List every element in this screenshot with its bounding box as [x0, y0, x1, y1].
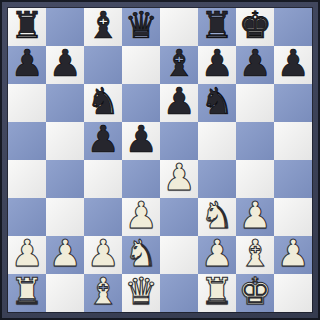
- square-b3[interactable]: [46, 198, 84, 236]
- square-g6[interactable]: [236, 84, 274, 122]
- square-d4[interactable]: [122, 160, 160, 198]
- piece-white-rook-a1[interactable]: ♜: [10, 274, 43, 311]
- square-e7[interactable]: ♝: [160, 46, 198, 84]
- square-g8[interactable]: ♚: [236, 8, 274, 46]
- square-c8[interactable]: ♝: [84, 8, 122, 46]
- square-h8[interactable]: [274, 8, 312, 46]
- square-f6[interactable]: ♞: [198, 84, 236, 122]
- square-a4[interactable]: [8, 160, 46, 198]
- square-e3[interactable]: [160, 198, 198, 236]
- square-f7[interactable]: ♟: [198, 46, 236, 84]
- square-b8[interactable]: [46, 8, 84, 46]
- piece-white-bishop-c1[interactable]: ♝: [86, 274, 119, 311]
- square-a2[interactable]: ♟: [8, 236, 46, 274]
- square-e4[interactable]: ♟: [160, 160, 198, 198]
- square-d5[interactable]: ♟: [122, 122, 160, 160]
- piece-black-king-g8[interactable]: ♚: [238, 8, 271, 45]
- square-c3[interactable]: [84, 198, 122, 236]
- square-h5[interactable]: [274, 122, 312, 160]
- square-b6[interactable]: [46, 84, 84, 122]
- square-c6[interactable]: ♞: [84, 84, 122, 122]
- square-f2[interactable]: ♟: [198, 236, 236, 274]
- piece-white-rook-f1[interactable]: ♜: [200, 274, 233, 311]
- square-b2[interactable]: ♟: [46, 236, 84, 274]
- square-h7[interactable]: ♟: [274, 46, 312, 84]
- piece-black-pawn-b7[interactable]: ♟: [48, 46, 81, 83]
- piece-black-knight-f6[interactable]: ♞: [200, 84, 233, 121]
- square-e5[interactable]: [160, 122, 198, 160]
- square-f8[interactable]: ♜: [198, 8, 236, 46]
- piece-black-bishop-e7[interactable]: ♝: [162, 46, 195, 83]
- square-b5[interactable]: [46, 122, 84, 160]
- square-a8[interactable]: ♜: [8, 8, 46, 46]
- piece-white-pawn-g3[interactable]: ♟: [238, 198, 271, 235]
- piece-black-knight-c6[interactable]: ♞: [86, 84, 119, 121]
- square-f3[interactable]: ♞: [198, 198, 236, 236]
- board-frame: ♜♝♛♜♚♟♟♝♟♟♟♞♟♞♟♟♟♟♞♟♟♟♟♞♟♝♟♜♝♛♜♚: [0, 0, 320, 320]
- piece-white-bishop-g2[interactable]: ♝: [238, 236, 271, 273]
- square-h6[interactable]: [274, 84, 312, 122]
- square-g1[interactable]: ♚: [236, 274, 274, 312]
- piece-white-knight-d2[interactable]: ♞: [124, 236, 157, 273]
- piece-white-pawn-b2[interactable]: ♟: [48, 236, 81, 273]
- square-e1[interactable]: [160, 274, 198, 312]
- square-a1[interactable]: ♜: [8, 274, 46, 312]
- square-c5[interactable]: ♟: [84, 122, 122, 160]
- square-c7[interactable]: [84, 46, 122, 84]
- piece-black-pawn-f7[interactable]: ♟: [200, 46, 233, 83]
- square-g7[interactable]: ♟: [236, 46, 274, 84]
- square-c1[interactable]: ♝: [84, 274, 122, 312]
- square-f5[interactable]: [198, 122, 236, 160]
- piece-black-pawn-g7[interactable]: ♟: [238, 46, 271, 83]
- square-d6[interactable]: [122, 84, 160, 122]
- piece-white-queen-d1[interactable]: ♛: [124, 274, 157, 311]
- square-h1[interactable]: [274, 274, 312, 312]
- square-a6[interactable]: [8, 84, 46, 122]
- chess-board: ♜♝♛♜♚♟♟♝♟♟♟♞♟♞♟♟♟♟♞♟♟♟♟♞♟♝♟♜♝♛♜♚: [8, 8, 312, 312]
- square-c4[interactable]: [84, 160, 122, 198]
- square-a3[interactable]: [8, 198, 46, 236]
- square-e6[interactable]: ♟: [160, 84, 198, 122]
- square-d8[interactable]: ♛: [122, 8, 160, 46]
- square-b4[interactable]: [46, 160, 84, 198]
- square-e2[interactable]: [160, 236, 198, 274]
- square-b7[interactable]: ♟: [46, 46, 84, 84]
- piece-white-pawn-d3[interactable]: ♟: [124, 198, 157, 235]
- square-c2[interactable]: ♟: [84, 236, 122, 274]
- square-a7[interactable]: ♟: [8, 46, 46, 84]
- square-d2[interactable]: ♞: [122, 236, 160, 274]
- square-b1[interactable]: [46, 274, 84, 312]
- piece-black-pawn-d5[interactable]: ♟: [124, 122, 157, 159]
- square-g3[interactable]: ♟: [236, 198, 274, 236]
- square-d7[interactable]: [122, 46, 160, 84]
- piece-white-king-g1[interactable]: ♚: [238, 274, 271, 311]
- piece-white-pawn-a2[interactable]: ♟: [10, 236, 43, 273]
- square-f1[interactable]: ♜: [198, 274, 236, 312]
- piece-black-pawn-h7[interactable]: ♟: [276, 46, 309, 83]
- piece-black-pawn-e6[interactable]: ♟: [162, 84, 195, 121]
- piece-white-knight-f3[interactable]: ♞: [200, 198, 233, 235]
- square-a5[interactable]: [8, 122, 46, 160]
- square-f4[interactable]: [198, 160, 236, 198]
- square-d3[interactable]: ♟: [122, 198, 160, 236]
- square-h3[interactable]: [274, 198, 312, 236]
- square-d1[interactable]: ♛: [122, 274, 160, 312]
- piece-white-pawn-f2[interactable]: ♟: [200, 236, 233, 273]
- piece-black-pawn-a7[interactable]: ♟: [10, 46, 43, 83]
- piece-black-rook-a8[interactable]: ♜: [10, 8, 43, 45]
- piece-black-rook-f8[interactable]: ♜: [200, 8, 233, 45]
- square-g4[interactable]: [236, 160, 274, 198]
- piece-white-pawn-c2[interactable]: ♟: [86, 236, 119, 273]
- square-g2[interactable]: ♝: [236, 236, 274, 274]
- piece-black-bishop-c8[interactable]: ♝: [86, 8, 119, 45]
- piece-black-queen-d8[interactable]: ♛: [124, 8, 157, 45]
- square-h4[interactable]: [274, 160, 312, 198]
- piece-black-pawn-c5[interactable]: ♟: [86, 122, 119, 159]
- square-h2[interactable]: ♟: [274, 236, 312, 274]
- square-g5[interactable]: [236, 122, 274, 160]
- piece-white-pawn-e4[interactable]: ♟: [162, 160, 195, 197]
- square-e8[interactable]: [160, 8, 198, 46]
- piece-white-pawn-h2[interactable]: ♟: [276, 236, 309, 273]
